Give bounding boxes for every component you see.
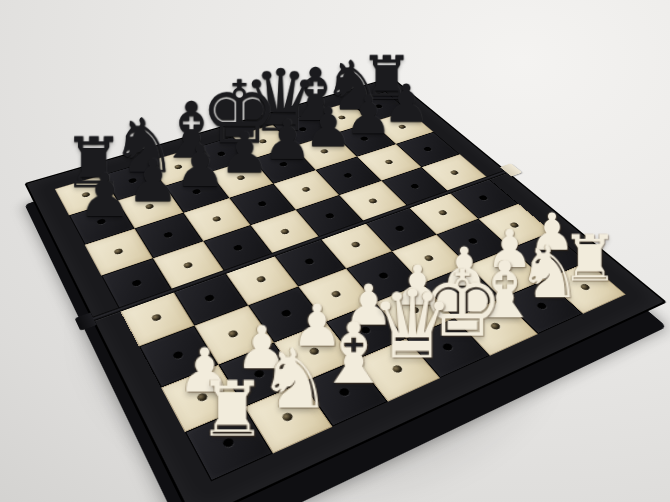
peg-hole bbox=[151, 313, 163, 322]
peg-hole bbox=[423, 146, 433, 151]
peg-hole bbox=[449, 170, 459, 176]
peg-hole bbox=[368, 198, 378, 204]
photo-scene: ♜♞♝♚♛♝♞♜♟♟♟♟♟♟♟♟♟♟♟♟♟♟♟♟♜♞♝♛♚♝♞♜ bbox=[0, 0, 670, 502]
square-a7[interactable]: ♟ bbox=[69, 201, 135, 245]
peg-hole bbox=[325, 213, 336, 220]
peg-hole bbox=[204, 294, 215, 302]
peg-hole bbox=[437, 210, 448, 217]
peg-hole bbox=[343, 172, 353, 178]
peg-hole bbox=[232, 244, 243, 251]
black-pawn[interactable]: ♟ bbox=[127, 151, 177, 210]
square-g4[interactable] bbox=[408, 192, 479, 235]
peg-hole bbox=[478, 195, 489, 201]
peg-hole bbox=[183, 261, 194, 269]
peg-hole bbox=[384, 159, 394, 165]
peg-hole bbox=[350, 241, 361, 248]
peg-hole bbox=[304, 258, 315, 265]
peg-hole bbox=[255, 276, 266, 284]
peg-hole bbox=[211, 216, 221, 223]
white-knight[interactable]: ♞ bbox=[258, 339, 323, 421]
peg-hole bbox=[409, 183, 419, 189]
chess-board-3d: ♜♞♝♚♛♝♞♜♟♟♟♟♟♟♟♟♟♟♟♟♟♟♟♟♜♞♝♛♚♝♞♜ bbox=[24, 77, 667, 502]
black-pawn[interactable]: ♟ bbox=[174, 137, 223, 194]
peg-hole bbox=[279, 228, 290, 235]
square-a1[interactable]: ♜ bbox=[185, 407, 274, 482]
peg-hole bbox=[395, 225, 406, 232]
peg-hole bbox=[113, 248, 124, 255]
white-rook[interactable]: ♜ bbox=[198, 370, 265, 447]
peg-hole bbox=[131, 279, 142, 287]
black-pawn[interactable]: ♟ bbox=[78, 165, 129, 225]
peg-hole bbox=[301, 186, 311, 192]
black-pawn[interactable]: ♟ bbox=[219, 124, 267, 180]
peg-hole bbox=[163, 231, 173, 238]
peg-hole bbox=[257, 201, 267, 207]
